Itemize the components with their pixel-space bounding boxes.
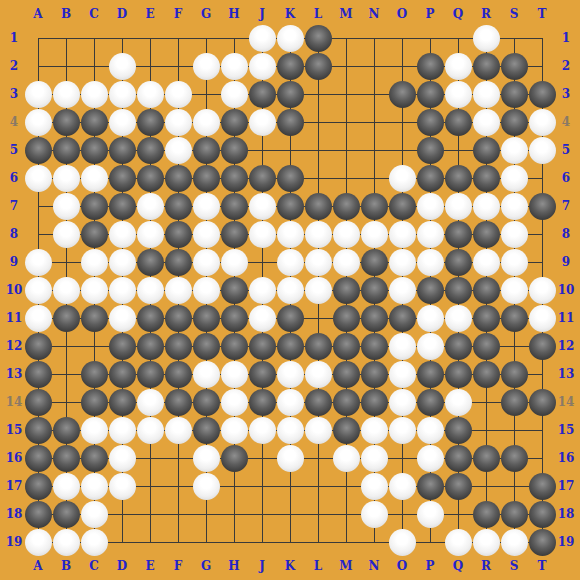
col-label-top-S: S	[510, 7, 519, 21]
col-label-top-Q: Q	[453, 7, 463, 21]
stone-white-K9[interactable]	[277, 249, 304, 276]
stone-white-G2[interactable]	[193, 53, 220, 80]
stone-black-K2[interactable]	[277, 53, 304, 80]
row-label-right-2: 2	[562, 59, 570, 73]
stone-white-D11[interactable]	[109, 305, 136, 332]
stone-white-J8[interactable]	[249, 221, 276, 248]
col-label-bottom-A: A	[33, 559, 42, 573]
stone-black-L2[interactable]	[305, 53, 332, 80]
stone-black-A13[interactable]	[25, 361, 52, 388]
stone-white-T5[interactable]	[529, 137, 556, 164]
stone-white-C3[interactable]	[81, 81, 108, 108]
stone-black-M12[interactable]	[333, 333, 360, 360]
stone-black-D13[interactable]	[109, 361, 136, 388]
stone-black-E13[interactable]	[137, 361, 164, 388]
stone-white-E8[interactable]	[137, 221, 164, 248]
stone-white-A10[interactable]	[25, 277, 52, 304]
stone-white-A3[interactable]	[25, 81, 52, 108]
stone-black-A16[interactable]	[25, 445, 52, 472]
col-label-bottom-B: B	[61, 559, 71, 573]
stone-black-F9[interactable]	[165, 249, 192, 276]
stone-black-M15[interactable]	[333, 417, 360, 444]
stone-black-F12[interactable]	[165, 333, 192, 360]
stone-white-C19[interactable]	[81, 529, 108, 556]
stone-black-H8[interactable]	[221, 221, 248, 248]
stone-white-L9[interactable]	[305, 249, 332, 276]
col-label-bottom-P: P	[425, 559, 434, 573]
stone-black-R13[interactable]	[473, 361, 500, 388]
stone-black-H12[interactable]	[221, 333, 248, 360]
stone-white-F15[interactable]	[165, 417, 192, 444]
stone-white-K14[interactable]	[277, 389, 304, 416]
row-label-right-18: 18	[558, 507, 575, 521]
row-label-left-18: 18	[6, 507, 23, 521]
row-label-left-2: 2	[10, 59, 18, 73]
stone-black-F11[interactable]	[165, 305, 192, 332]
stone-white-B3[interactable]	[53, 81, 80, 108]
stone-white-J10[interactable]	[249, 277, 276, 304]
row-label-right-7: 7	[562, 199, 570, 213]
stone-black-K4[interactable]	[277, 109, 304, 136]
col-label-bottom-K: K	[285, 559, 295, 573]
stone-white-A9[interactable]	[25, 249, 52, 276]
stone-black-R10[interactable]	[473, 277, 500, 304]
stone-white-O8[interactable]	[389, 221, 416, 248]
stone-white-H9[interactable]	[221, 249, 248, 276]
stone-white-E15[interactable]	[137, 417, 164, 444]
stone-black-Q8[interactable]	[445, 221, 472, 248]
stone-white-J1[interactable]	[249, 25, 276, 52]
stone-black-G15[interactable]	[193, 417, 220, 444]
stone-white-K15[interactable]	[277, 417, 304, 444]
stone-black-K11[interactable]	[277, 305, 304, 332]
stone-white-A4[interactable]	[25, 109, 52, 136]
stone-white-E14[interactable]	[137, 389, 164, 416]
stone-black-M11[interactable]	[333, 305, 360, 332]
stone-black-P2[interactable]	[417, 53, 444, 80]
col-label-bottom-L: L	[314, 559, 322, 573]
stone-white-O19[interactable]	[389, 529, 416, 556]
stone-white-J4[interactable]	[249, 109, 276, 136]
stone-black-E11[interactable]	[137, 305, 164, 332]
stone-black-A17[interactable]	[25, 473, 52, 500]
stone-white-H3[interactable]	[221, 81, 248, 108]
stone-black-G5[interactable]	[193, 137, 220, 164]
stone-black-T17[interactable]	[529, 473, 556, 500]
stone-white-S7[interactable]	[501, 193, 528, 220]
col-label-top-A: A	[33, 7, 42, 21]
stone-black-T12[interactable]	[529, 333, 556, 360]
stone-white-S6[interactable]	[501, 165, 528, 192]
stone-white-T4[interactable]	[529, 109, 556, 136]
stone-black-H5[interactable]	[221, 137, 248, 164]
stone-black-P10[interactable]	[417, 277, 444, 304]
stone-white-K13[interactable]	[277, 361, 304, 388]
stone-white-G7[interactable]	[193, 193, 220, 220]
stone-white-N15[interactable]	[361, 417, 388, 444]
stone-white-G9[interactable]	[193, 249, 220, 276]
stone-white-O15[interactable]	[389, 417, 416, 444]
stone-white-G16[interactable]	[193, 445, 220, 472]
stone-black-A15[interactable]	[25, 417, 52, 444]
stone-white-G10[interactable]	[193, 277, 220, 304]
stone-white-D16[interactable]	[109, 445, 136, 472]
stone-black-K3[interactable]	[277, 81, 304, 108]
stone-white-P9[interactable]	[417, 249, 444, 276]
stone-white-B17[interactable]	[53, 473, 80, 500]
stone-white-F10[interactable]	[165, 277, 192, 304]
stone-black-H11[interactable]	[221, 305, 248, 332]
stone-white-M8[interactable]	[333, 221, 360, 248]
stone-black-N12[interactable]	[361, 333, 388, 360]
stone-white-G8[interactable]	[193, 221, 220, 248]
stone-white-N8[interactable]	[361, 221, 388, 248]
stone-black-E4[interactable]	[137, 109, 164, 136]
stone-black-D14[interactable]	[109, 389, 136, 416]
stone-black-H6[interactable]	[221, 165, 248, 192]
stone-white-Q19[interactable]	[445, 529, 472, 556]
stone-white-J7[interactable]	[249, 193, 276, 220]
stone-black-M10[interactable]	[333, 277, 360, 304]
stone-black-P13[interactable]	[417, 361, 444, 388]
stone-white-B19[interactable]	[53, 529, 80, 556]
stone-black-E9[interactable]	[137, 249, 164, 276]
row-label-left-19: 19	[6, 535, 23, 549]
row-label-right-14: 14	[558, 395, 575, 409]
stone-white-R4[interactable]	[473, 109, 500, 136]
stone-white-S10[interactable]	[501, 277, 528, 304]
stone-black-J3[interactable]	[249, 81, 276, 108]
stone-white-O10[interactable]	[389, 277, 416, 304]
stone-white-C10[interactable]	[81, 277, 108, 304]
stone-white-K10[interactable]	[277, 277, 304, 304]
stone-black-R6[interactable]	[473, 165, 500, 192]
stone-white-R19[interactable]	[473, 529, 500, 556]
stone-black-S18[interactable]	[501, 501, 528, 528]
stone-black-K7[interactable]	[277, 193, 304, 220]
stone-black-B18[interactable]	[53, 501, 80, 528]
stone-black-P17[interactable]	[417, 473, 444, 500]
stone-black-H7[interactable]	[221, 193, 248, 220]
stone-black-S4[interactable]	[501, 109, 528, 136]
row-label-left-12: 12	[6, 339, 23, 353]
stone-black-J6[interactable]	[249, 165, 276, 192]
stone-white-L8[interactable]	[305, 221, 332, 248]
stone-black-S11[interactable]	[501, 305, 528, 332]
stone-white-J11[interactable]	[249, 305, 276, 332]
stone-white-A19[interactable]	[25, 529, 52, 556]
stone-white-K1[interactable]	[277, 25, 304, 52]
stone-black-Q10[interactable]	[445, 277, 472, 304]
stone-white-H15[interactable]	[221, 417, 248, 444]
stone-black-Q16[interactable]	[445, 445, 472, 472]
row-label-left-3: 3	[10, 87, 18, 101]
stone-black-T14[interactable]	[529, 389, 556, 416]
stone-black-R2[interactable]	[473, 53, 500, 80]
stone-black-F13[interactable]	[165, 361, 192, 388]
stone-white-P8[interactable]	[417, 221, 444, 248]
stone-black-R18[interactable]	[473, 501, 500, 528]
stone-black-H10[interactable]	[221, 277, 248, 304]
stone-black-G11[interactable]	[193, 305, 220, 332]
stone-white-D2[interactable]	[109, 53, 136, 80]
stone-white-O14[interactable]	[389, 389, 416, 416]
stone-white-L10[interactable]	[305, 277, 332, 304]
stone-black-C5[interactable]	[81, 137, 108, 164]
stone-black-T19[interactable]	[529, 529, 556, 556]
stone-white-D4[interactable]	[109, 109, 136, 136]
stone-black-L12[interactable]	[305, 333, 332, 360]
stone-black-C14[interactable]	[81, 389, 108, 416]
stone-black-A14[interactable]	[25, 389, 52, 416]
col-label-top-M: M	[339, 7, 352, 21]
stone-white-P15[interactable]	[417, 417, 444, 444]
stone-white-K16[interactable]	[277, 445, 304, 472]
stone-white-Q11[interactable]	[445, 305, 472, 332]
col-label-bottom-N: N	[369, 559, 380, 573]
row-label-left-6: 6	[10, 171, 18, 185]
stone-white-S8[interactable]	[501, 221, 528, 248]
stone-white-C15[interactable]	[81, 417, 108, 444]
stone-white-B8[interactable]	[53, 221, 80, 248]
stone-black-P6[interactable]	[417, 165, 444, 192]
stone-black-S2[interactable]	[501, 53, 528, 80]
stone-white-R7[interactable]	[473, 193, 500, 220]
stone-white-S19[interactable]	[501, 529, 528, 556]
stone-black-G14[interactable]	[193, 389, 220, 416]
stone-black-S13[interactable]	[501, 361, 528, 388]
row-label-left-17: 17	[6, 479, 23, 493]
row-label-right-1: 1	[562, 31, 570, 45]
stone-white-P16[interactable]	[417, 445, 444, 472]
row-label-left-13: 13	[6, 367, 23, 381]
stone-black-R8[interactable]	[473, 221, 500, 248]
stone-black-S3[interactable]	[501, 81, 528, 108]
stone-black-F6[interactable]	[165, 165, 192, 192]
stone-black-L1[interactable]	[305, 25, 332, 52]
stone-black-R11[interactable]	[473, 305, 500, 332]
stone-black-N7[interactable]	[361, 193, 388, 220]
stone-white-A11[interactable]	[25, 305, 52, 332]
stone-black-B16[interactable]	[53, 445, 80, 472]
col-label-bottom-C: C	[89, 559, 99, 573]
stone-black-T18[interactable]	[529, 501, 556, 528]
row-label-left-15: 15	[6, 423, 23, 437]
stone-white-K8[interactable]	[277, 221, 304, 248]
stone-white-C18[interactable]	[81, 501, 108, 528]
stone-black-G6[interactable]	[193, 165, 220, 192]
stone-white-G17[interactable]	[193, 473, 220, 500]
stone-white-T11[interactable]	[529, 305, 556, 332]
stone-black-S16[interactable]	[501, 445, 528, 472]
stone-white-B7[interactable]	[53, 193, 80, 220]
stone-white-N18[interactable]	[361, 501, 388, 528]
stone-black-N11[interactable]	[361, 305, 388, 332]
stone-white-L15[interactable]	[305, 417, 332, 444]
col-label-top-C: C	[89, 7, 99, 21]
stone-white-O17[interactable]	[389, 473, 416, 500]
stone-white-R3[interactable]	[473, 81, 500, 108]
stone-white-E7[interactable]	[137, 193, 164, 220]
stone-black-F8[interactable]	[165, 221, 192, 248]
stone-white-R9[interactable]	[473, 249, 500, 276]
stone-black-M7[interactable]	[333, 193, 360, 220]
stone-black-D6[interactable]	[109, 165, 136, 192]
stone-white-G4[interactable]	[193, 109, 220, 136]
stone-black-Q13[interactable]	[445, 361, 472, 388]
stone-white-P12[interactable]	[417, 333, 444, 360]
stone-black-J13[interactable]	[249, 361, 276, 388]
stone-black-O3[interactable]	[389, 81, 416, 108]
stone-black-L7[interactable]	[305, 193, 332, 220]
stone-black-A18[interactable]	[25, 501, 52, 528]
stone-black-P5[interactable]	[417, 137, 444, 164]
stone-white-N17[interactable]	[361, 473, 388, 500]
stone-white-M16[interactable]	[333, 445, 360, 472]
stone-white-O6[interactable]	[389, 165, 416, 192]
stone-white-E3[interactable]	[137, 81, 164, 108]
stone-black-E12[interactable]	[137, 333, 164, 360]
stone-black-R5[interactable]	[473, 137, 500, 164]
col-label-bottom-J: J	[259, 559, 265, 573]
stone-black-L14[interactable]	[305, 389, 332, 416]
stone-black-J14[interactable]	[249, 389, 276, 416]
row-label-left-4: 4	[10, 115, 18, 129]
stone-black-Q12[interactable]	[445, 333, 472, 360]
stone-black-B15[interactable]	[53, 417, 80, 444]
stone-black-S14[interactable]	[501, 389, 528, 416]
stone-white-J2[interactable]	[249, 53, 276, 80]
row-label-right-19: 19	[558, 535, 575, 549]
stone-white-C17[interactable]	[81, 473, 108, 500]
stone-black-D12[interactable]	[109, 333, 136, 360]
stone-black-E5[interactable]	[137, 137, 164, 164]
stone-white-O9[interactable]	[389, 249, 416, 276]
stone-white-D10[interactable]	[109, 277, 136, 304]
stone-black-N14[interactable]	[361, 389, 388, 416]
stone-white-C6[interactable]	[81, 165, 108, 192]
stone-white-N16[interactable]	[361, 445, 388, 472]
stone-black-O7[interactable]	[389, 193, 416, 220]
stone-black-Q17[interactable]	[445, 473, 472, 500]
stone-black-N9[interactable]	[361, 249, 388, 276]
stone-black-A5[interactable]	[25, 137, 52, 164]
stone-black-D7[interactable]	[109, 193, 136, 220]
stone-white-P11[interactable]	[417, 305, 444, 332]
col-label-top-R: R	[481, 7, 491, 21]
stone-black-E6[interactable]	[137, 165, 164, 192]
stone-black-T7[interactable]	[529, 193, 556, 220]
stone-black-F14[interactable]	[165, 389, 192, 416]
stone-black-C7[interactable]	[81, 193, 108, 220]
stone-black-Q6[interactable]	[445, 165, 472, 192]
stone-white-C9[interactable]	[81, 249, 108, 276]
stone-black-B11[interactable]	[53, 305, 80, 332]
stone-black-N10[interactable]	[361, 277, 388, 304]
stone-white-D9[interactable]	[109, 249, 136, 276]
stone-black-H16[interactable]	[221, 445, 248, 472]
stone-black-Q9[interactable]	[445, 249, 472, 276]
stone-black-C11[interactable]	[81, 305, 108, 332]
row-label-right-6: 6	[562, 171, 570, 185]
stone-white-H14[interactable]	[221, 389, 248, 416]
col-label-top-F: F	[174, 7, 183, 21]
stone-black-T3[interactable]	[529, 81, 556, 108]
stone-white-S9[interactable]	[501, 249, 528, 276]
stone-white-Q2[interactable]	[445, 53, 472, 80]
stone-white-P7[interactable]	[417, 193, 444, 220]
stone-white-E10[interactable]	[137, 277, 164, 304]
stone-black-D5[interactable]	[109, 137, 136, 164]
stone-black-K12[interactable]	[277, 333, 304, 360]
stone-black-G12[interactable]	[193, 333, 220, 360]
stone-white-H2[interactable]	[221, 53, 248, 80]
stone-black-P14[interactable]	[417, 389, 444, 416]
stone-black-R12[interactable]	[473, 333, 500, 360]
stone-white-A6[interactable]	[25, 165, 52, 192]
stone-white-D15[interactable]	[109, 417, 136, 444]
stone-black-J12[interactable]	[249, 333, 276, 360]
stone-white-Q3[interactable]	[445, 81, 472, 108]
stone-black-Q15[interactable]	[445, 417, 472, 444]
stone-black-R16[interactable]	[473, 445, 500, 472]
stone-white-O13[interactable]	[389, 361, 416, 388]
stone-black-C4[interactable]	[81, 109, 108, 136]
stone-black-H4[interactable]	[221, 109, 248, 136]
stone-white-F3[interactable]	[165, 81, 192, 108]
stone-black-N13[interactable]	[361, 361, 388, 388]
stone-white-R1[interactable]	[473, 25, 500, 52]
stone-white-G13[interactable]	[193, 361, 220, 388]
stone-black-C16[interactable]	[81, 445, 108, 472]
stone-white-Q14[interactable]	[445, 389, 472, 416]
stone-black-F7[interactable]	[165, 193, 192, 220]
stone-white-D3[interactable]	[109, 81, 136, 108]
stone-white-H13[interactable]	[221, 361, 248, 388]
stone-black-O11[interactable]	[389, 305, 416, 332]
stone-white-P18[interactable]	[417, 501, 444, 528]
stone-white-F5[interactable]	[165, 137, 192, 164]
stone-white-B6[interactable]	[53, 165, 80, 192]
stone-black-M14[interactable]	[333, 389, 360, 416]
stone-black-P4[interactable]	[417, 109, 444, 136]
stone-black-P3[interactable]	[417, 81, 444, 108]
stone-white-S5[interactable]	[501, 137, 528, 164]
stone-white-L13[interactable]	[305, 361, 332, 388]
stone-white-M9[interactable]	[333, 249, 360, 276]
stone-white-F4[interactable]	[165, 109, 192, 136]
col-label-bottom-M: M	[339, 559, 352, 573]
stone-black-C8[interactable]	[81, 221, 108, 248]
stone-black-B5[interactable]	[53, 137, 80, 164]
stone-black-M13[interactable]	[333, 361, 360, 388]
stone-white-J15[interactable]	[249, 417, 276, 444]
stone-black-A12[interactable]	[25, 333, 52, 360]
stone-black-C13[interactable]	[81, 361, 108, 388]
stone-black-K6[interactable]	[277, 165, 304, 192]
row-label-right-12: 12	[558, 339, 575, 353]
stone-white-Q7[interactable]	[445, 193, 472, 220]
stone-white-T10[interactable]	[529, 277, 556, 304]
col-label-bottom-F: F	[174, 559, 183, 573]
stone-white-D8[interactable]	[109, 221, 136, 248]
stone-white-B10[interactable]	[53, 277, 80, 304]
stone-black-B4[interactable]	[53, 109, 80, 136]
stone-white-D17[interactable]	[109, 473, 136, 500]
stone-white-O12[interactable]	[389, 333, 416, 360]
col-label-top-L: L	[314, 7, 322, 21]
stone-black-Q4[interactable]	[445, 109, 472, 136]
